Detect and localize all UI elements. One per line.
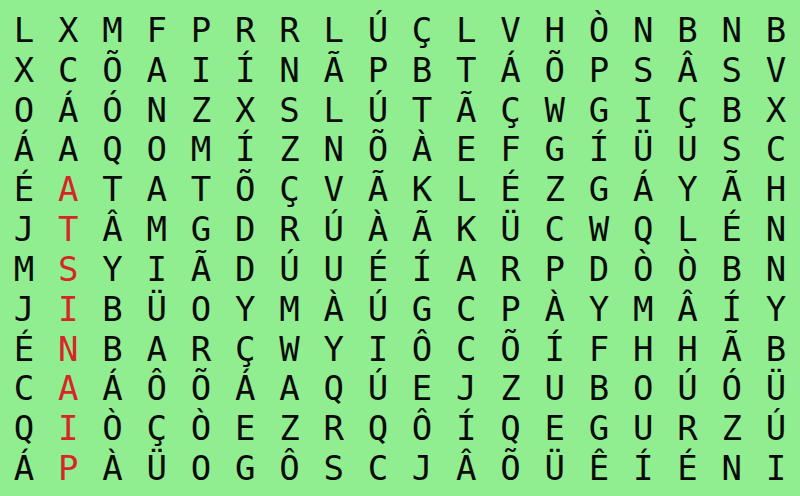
cell-r8c3[interactable]: B <box>90 289 134 329</box>
cell-r10c4[interactable]: Ô <box>135 368 179 408</box>
cell-r1c9[interactable]: Ú <box>356 10 400 50</box>
cell-r7c8[interactable]: U <box>312 249 356 289</box>
cell-r9c6[interactable]: Ç <box>223 329 267 369</box>
cell-r4c17[interactable]: S <box>710 129 754 169</box>
cell-r11c7[interactable]: Z <box>267 408 311 448</box>
cell-r6c18[interactable]: N <box>754 209 798 249</box>
cell-r2c15[interactable]: S <box>621 50 665 90</box>
cell-r10c18[interactable]: Ü <box>754 368 798 408</box>
cell-r3c8[interactable]: L <box>312 90 356 130</box>
cell-r1c4[interactable]: F <box>135 10 179 50</box>
cell-r11c5[interactable]: Ò <box>179 408 223 448</box>
cell-r6c4[interactable]: M <box>135 209 179 249</box>
cell-r12c18[interactable]: I <box>754 448 798 488</box>
cell-r4c9[interactable]: Õ <box>356 129 400 169</box>
cell-r2c17[interactable]: S <box>710 50 754 90</box>
cell-r10c16[interactable]: Ú <box>665 368 709 408</box>
cell-r5c3[interactable]: T <box>90 169 134 209</box>
cell-r3c14[interactable]: G <box>577 90 621 130</box>
cell-r3c3[interactable]: Ó <box>90 90 134 130</box>
cell-r10c13[interactable]: U <box>533 368 577 408</box>
cell-r3c7[interactable]: S <box>267 90 311 130</box>
cell-r3c13[interactable]: W <box>533 90 577 130</box>
cell-r3c1[interactable]: O <box>2 90 46 130</box>
cell-r7c11[interactable]: A <box>444 249 488 289</box>
cell-r8c18[interactable]: Y <box>754 289 798 329</box>
cell-r6c6[interactable]: D <box>223 209 267 249</box>
cell-r11c2[interactable]: I <box>46 408 90 448</box>
cell-r8c16[interactable]: Â <box>665 289 709 329</box>
cell-r2c6[interactable]: Í <box>223 50 267 90</box>
cell-r5c6[interactable]: Õ <box>223 169 267 209</box>
cell-r6c1[interactable]: J <box>2 209 46 249</box>
cell-r5c5[interactable]: T <box>179 169 223 209</box>
cell-r1c15[interactable]: N <box>621 10 665 50</box>
cell-r7c4[interactable]: I <box>135 249 179 289</box>
cell-r9c17[interactable]: Ã <box>710 329 754 369</box>
cell-r5c15[interactable]: Á <box>621 169 665 209</box>
cell-r8c8[interactable]: À <box>312 289 356 329</box>
cell-r4c5[interactable]: M <box>179 129 223 169</box>
cell-r11c18[interactable]: Ú <box>754 408 798 448</box>
cell-r6c10[interactable]: Ã <box>400 209 444 249</box>
cell-r2c10[interactable]: B <box>400 50 444 90</box>
cell-r4c16[interactable]: U <box>665 129 709 169</box>
cell-r8c4[interactable]: Ü <box>135 289 179 329</box>
cell-r3c11[interactable]: Ã <box>444 90 488 130</box>
cell-r5c12[interactable]: É <box>488 169 532 209</box>
word-search-board: LXMFPRRLÚÇLVHÒNBNBXCÕAIÍNÃPBTÁÕPSÂSVOÁÓN… <box>0 0 800 496</box>
cell-r4c12[interactable]: F <box>488 129 532 169</box>
cell-r11c4[interactable]: Ç <box>135 408 179 448</box>
cell-r2c13[interactable]: Õ <box>533 50 577 90</box>
cell-r5c9[interactable]: Ã <box>356 169 400 209</box>
cell-r10c17[interactable]: Ó <box>710 368 754 408</box>
cell-r12c9[interactable]: C <box>356 448 400 488</box>
cell-r3c12[interactable]: Ç <box>488 90 532 130</box>
cell-r8c14[interactable]: Y <box>577 289 621 329</box>
cell-r3c4[interactable]: N <box>135 90 179 130</box>
cell-r11c9[interactable]: Q <box>356 408 400 448</box>
cell-r7c15[interactable]: Ò <box>621 249 665 289</box>
cell-r4c3[interactable]: Q <box>90 129 134 169</box>
cell-r8c13[interactable]: À <box>533 289 577 329</box>
cell-r1c18[interactable]: B <box>754 10 798 50</box>
cell-r11c15[interactable]: U <box>621 408 665 448</box>
cell-r3c10[interactable]: T <box>400 90 444 130</box>
cell-r6c2[interactable]: T <box>46 209 90 249</box>
cell-r8c9[interactable]: Ú <box>356 289 400 329</box>
cell-r7c9[interactable]: É <box>356 249 400 289</box>
cell-r5c11[interactable]: L <box>444 169 488 209</box>
cell-r12c12[interactable]: Õ <box>488 448 532 488</box>
cell-r3c18[interactable]: X <box>754 90 798 130</box>
cell-r7c7[interactable]: Ú <box>267 249 311 289</box>
cell-r4c15[interactable]: Ü <box>621 129 665 169</box>
cell-r7c6[interactable]: D <box>223 249 267 289</box>
cell-r2c11[interactable]: T <box>444 50 488 90</box>
cell-r7c10[interactable]: Í <box>400 249 444 289</box>
cell-r3c5[interactable]: Z <box>179 90 223 130</box>
cell-r10c1[interactable]: C <box>2 368 46 408</box>
cell-r7c1[interactable]: M <box>2 249 46 289</box>
cell-r10c5[interactable]: Õ <box>179 368 223 408</box>
cell-r9c15[interactable]: H <box>621 329 665 369</box>
cell-r11c16[interactable]: R <box>665 408 709 448</box>
cell-r8c12[interactable]: P <box>488 289 532 329</box>
cell-r2c3[interactable]: Õ <box>90 50 134 90</box>
cell-r9c11[interactable]: C <box>444 329 488 369</box>
cell-r3c16[interactable]: Ç <box>665 90 709 130</box>
cell-r6c11[interactable]: K <box>444 209 488 249</box>
cell-r10c15[interactable]: O <box>621 368 665 408</box>
cell-r11c14[interactable]: G <box>577 408 621 448</box>
cell-r12c5[interactable]: O <box>179 448 223 488</box>
cell-r8c1[interactable]: J <box>2 289 46 329</box>
cell-r5c18[interactable]: H <box>754 169 798 209</box>
cell-r6c7[interactable]: R <box>267 209 311 249</box>
cell-r1c13[interactable]: H <box>533 10 577 50</box>
cell-r10c10[interactable]: E <box>400 368 444 408</box>
cell-r12c1[interactable]: Á <box>2 448 46 488</box>
cell-r5c2[interactable]: A <box>46 169 90 209</box>
cell-r11c11[interactable]: Í <box>444 408 488 448</box>
cell-r9c7[interactable]: W <box>267 329 311 369</box>
cell-r9c18[interactable]: B <box>754 329 798 369</box>
cell-r4c18[interactable]: C <box>754 129 798 169</box>
cell-r8c15[interactable]: M <box>621 289 665 329</box>
cell-r10c9[interactable]: Ú <box>356 368 400 408</box>
cell-r5c16[interactable]: Y <box>665 169 709 209</box>
cell-r9c8[interactable]: Y <box>312 329 356 369</box>
cell-r2c9[interactable]: P <box>356 50 400 90</box>
cell-r8c2[interactable]: I <box>46 289 90 329</box>
cell-r12c16[interactable]: É <box>665 448 709 488</box>
cell-r7c13[interactable]: P <box>533 249 577 289</box>
cell-r5c14[interactable]: G <box>577 169 621 209</box>
cell-r6c15[interactable]: Q <box>621 209 665 249</box>
cell-r9c10[interactable]: Ô <box>400 329 444 369</box>
cell-r6c8[interactable]: Ú <box>312 209 356 249</box>
cell-r11c12[interactable]: Q <box>488 408 532 448</box>
cell-r9c16[interactable]: H <box>665 329 709 369</box>
cell-r2c14[interactable]: P <box>577 50 621 90</box>
cell-r12c14[interactable]: Ê <box>577 448 621 488</box>
cell-r11c1[interactable]: Q <box>2 408 46 448</box>
cell-r8c5[interactable]: O <box>179 289 223 329</box>
cell-r11c13[interactable]: E <box>533 408 577 448</box>
cell-r5c13[interactable]: Z <box>533 169 577 209</box>
cell-r9c13[interactable]: Í <box>533 329 577 369</box>
cell-r7c5[interactable]: Ã <box>179 249 223 289</box>
cell-r7c18[interactable]: N <box>754 249 798 289</box>
cell-r12c13[interactable]: Ü <box>533 448 577 488</box>
cell-r12c8[interactable]: S <box>312 448 356 488</box>
cell-r10c14[interactable]: B <box>577 368 621 408</box>
cell-r4c13[interactable]: G <box>533 129 577 169</box>
cell-r8c11[interactable]: C <box>444 289 488 329</box>
cell-r1c11[interactable]: L <box>444 10 488 50</box>
cell-r4c1[interactable]: Á <box>2 129 46 169</box>
cell-r5c7[interactable]: Ç <box>267 169 311 209</box>
cell-r6c16[interactable]: L <box>665 209 709 249</box>
cell-r11c10[interactable]: Ô <box>400 408 444 448</box>
cell-r9c9[interactable]: I <box>356 329 400 369</box>
cell-r2c18[interactable]: V <box>754 50 798 90</box>
cell-r10c12[interactable]: Z <box>488 368 532 408</box>
cell-r1c3[interactable]: M <box>90 10 134 50</box>
cell-r11c8[interactable]: R <box>312 408 356 448</box>
cell-r2c5[interactable]: I <box>179 50 223 90</box>
cell-r6c17[interactable]: É <box>710 209 754 249</box>
cell-r3c15[interactable]: I <box>621 90 665 130</box>
cell-r1c7[interactable]: R <box>267 10 311 50</box>
cell-r10c11[interactable]: J <box>444 368 488 408</box>
cell-r1c1[interactable]: L <box>2 10 46 50</box>
cell-r5c17[interactable]: Ã <box>710 169 754 209</box>
cell-r9c14[interactable]: F <box>577 329 621 369</box>
cell-r12c10[interactable]: J <box>400 448 444 488</box>
cell-r12c7[interactable]: Ô <box>267 448 311 488</box>
cell-r7c14[interactable]: D <box>577 249 621 289</box>
cell-r4c8[interactable]: N <box>312 129 356 169</box>
cell-r10c8[interactable]: Q <box>312 368 356 408</box>
cell-r11c3[interactable]: Ò <box>90 408 134 448</box>
cell-r4c4[interactable]: O <box>135 129 179 169</box>
cell-r2c12[interactable]: Á <box>488 50 532 90</box>
cell-r12c3[interactable]: À <box>90 448 134 488</box>
cell-r6c12[interactable]: Ü <box>488 209 532 249</box>
cell-r4c7[interactable]: Z <box>267 129 311 169</box>
cell-r10c3[interactable]: Á <box>90 368 134 408</box>
cell-r12c4[interactable]: Ü <box>135 448 179 488</box>
cell-r1c16[interactable]: B <box>665 10 709 50</box>
cell-r1c14[interactable]: Ò <box>577 10 621 50</box>
cell-r8c10[interactable]: G <box>400 289 444 329</box>
cell-r3c17[interactable]: B <box>710 90 754 130</box>
cell-r5c4[interactable]: A <box>135 169 179 209</box>
cell-r8c17[interactable]: Í <box>710 289 754 329</box>
cell-r8c7[interactable]: M <box>267 289 311 329</box>
cell-r6c9[interactable]: À <box>356 209 400 249</box>
cell-r6c13[interactable]: C <box>533 209 577 249</box>
cell-r9c1[interactable]: É <box>2 329 46 369</box>
cell-r4c10[interactable]: À <box>400 129 444 169</box>
cell-r4c11[interactable]: E <box>444 129 488 169</box>
cell-r6c5[interactable]: G <box>179 209 223 249</box>
cell-r7c16[interactable]: Ò <box>665 249 709 289</box>
cell-r2c8[interactable]: Ã <box>312 50 356 90</box>
cell-r12c11[interactable]: Â <box>444 448 488 488</box>
cell-r1c12[interactable]: V <box>488 10 532 50</box>
cell-r10c7[interactable]: A <box>267 368 311 408</box>
cell-r2c4[interactable]: A <box>135 50 179 90</box>
cell-r4c2[interactable]: A <box>46 129 90 169</box>
cell-r12c2[interactable]: P <box>46 448 90 488</box>
cell-r12c17[interactable]: N <box>710 448 754 488</box>
cell-r5c10[interactable]: K <box>400 169 444 209</box>
cell-r3c9[interactable]: Ú <box>356 90 400 130</box>
cell-r9c2[interactable]: N <box>46 329 90 369</box>
cell-r9c12[interactable]: Õ <box>488 329 532 369</box>
cell-r3c6[interactable]: X <box>223 90 267 130</box>
cell-r2c7[interactable]: N <box>267 50 311 90</box>
cell-r1c17[interactable]: N <box>710 10 754 50</box>
cell-r11c6[interactable]: E <box>223 408 267 448</box>
cell-r7c12[interactable]: R <box>488 249 532 289</box>
cell-r7c2[interactable]: S <box>46 249 90 289</box>
cell-r7c17[interactable]: B <box>710 249 754 289</box>
cell-r11c17[interactable]: Z <box>710 408 754 448</box>
cell-r2c16[interactable]: Â <box>665 50 709 90</box>
cell-r1c10[interactable]: Ç <box>400 10 444 50</box>
cell-r6c14[interactable]: W <box>577 209 621 249</box>
cell-r10c6[interactable]: Á <box>223 368 267 408</box>
cell-r9c4[interactable]: A <box>135 329 179 369</box>
cell-r7c3[interactable]: Y <box>90 249 134 289</box>
cell-r5c1[interactable]: É <box>2 169 46 209</box>
cell-r4c6[interactable]: Í <box>223 129 267 169</box>
cell-r1c2[interactable]: X <box>46 10 90 50</box>
cell-r6c3[interactable]: Â <box>90 209 134 249</box>
cell-r8c6[interactable]: Y <box>223 289 267 329</box>
cell-r4c14[interactable]: Í <box>577 129 621 169</box>
cell-r12c6[interactable]: G <box>223 448 267 488</box>
cell-r2c1[interactable]: X <box>2 50 46 90</box>
cell-r1c8[interactable]: L <box>312 10 356 50</box>
cell-r1c5[interactable]: P <box>179 10 223 50</box>
cell-r12c15[interactable]: Í <box>621 448 665 488</box>
cell-r10c2[interactable]: A <box>46 368 90 408</box>
cell-r2c2[interactable]: C <box>46 50 90 90</box>
cell-r9c3[interactable]: B <box>90 329 134 369</box>
cell-r3c2[interactable]: Á <box>46 90 90 130</box>
cell-r1c6[interactable]: R <box>223 10 267 50</box>
cell-r9c5[interactable]: R <box>179 329 223 369</box>
cell-r5c8[interactable]: V <box>312 169 356 209</box>
